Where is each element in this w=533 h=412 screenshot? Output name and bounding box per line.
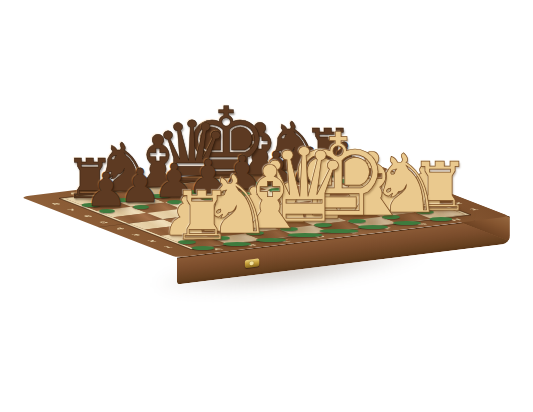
white-rook-glyph: ♜ <box>172 183 232 250</box>
chess-board: AABBCCDDEEFFGGHH1122334455667788 ♜♞♝♛♚♝♞… <box>0 0 533 412</box>
black-pawn-glyph: ♟ <box>85 166 127 213</box>
chess-set-product-photo: AABBCCDDEEFFGGHH1122334455667788 ♜♞♝♛♚♝♞… <box>0 0 533 412</box>
